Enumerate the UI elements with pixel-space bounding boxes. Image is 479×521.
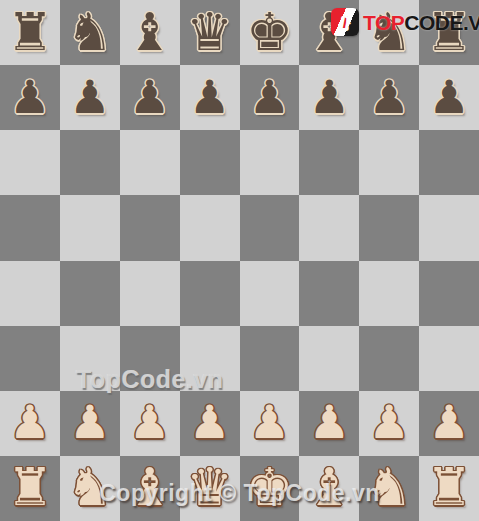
piece-black-pawn[interactable]: ♟ — [129, 74, 170, 120]
square-c7[interactable]: ♟ — [120, 65, 180, 130]
square-e8[interactable]: ♚ — [240, 0, 300, 65]
square-g3[interactable] — [359, 326, 419, 391]
square-h1[interactable]: ♜ — [419, 456, 479, 521]
square-a5[interactable] — [0, 195, 60, 260]
square-a2[interactable]: ♟ — [0, 391, 60, 456]
square-h5[interactable] — [419, 195, 479, 260]
piece-black-pawn[interactable]: ♟ — [69, 74, 110, 120]
piece-black-pawn[interactable]: ♟ — [428, 74, 469, 120]
copyright-watermark: Copyright © TopCode.vn — [99, 480, 380, 507]
square-d4[interactable] — [180, 261, 240, 326]
square-f3[interactable] — [299, 326, 359, 391]
piece-white-pawn[interactable]: ♟ — [9, 399, 50, 445]
logo-text-code: CODE.VN — [404, 11, 479, 34]
square-c5[interactable] — [120, 195, 180, 260]
square-g6[interactable] — [359, 130, 419, 195]
square-e3[interactable] — [240, 326, 300, 391]
square-g2[interactable]: ♟ — [359, 391, 419, 456]
square-h2[interactable]: ♟ — [419, 391, 479, 456]
square-f6[interactable] — [299, 130, 359, 195]
piece-white-rook[interactable]: ♜ — [426, 461, 473, 513]
piece-black-pawn[interactable]: ♟ — [309, 74, 350, 120]
square-a7[interactable]: ♟ — [0, 65, 60, 130]
square-b5[interactable] — [60, 195, 120, 260]
piece-white-pawn[interactable]: ♟ — [249, 399, 290, 445]
square-d6[interactable] — [180, 130, 240, 195]
square-b4[interactable] — [60, 261, 120, 326]
square-c6[interactable] — [120, 130, 180, 195]
piece-black-king[interactable]: ♚ — [246, 6, 293, 58]
square-e2[interactable]: ♟ — [240, 391, 300, 456]
square-d8[interactable]: ♛ — [180, 0, 240, 65]
square-a3[interactable] — [0, 326, 60, 391]
square-d7[interactable]: ♟ — [180, 65, 240, 130]
square-f5[interactable] — [299, 195, 359, 260]
square-b6[interactable] — [60, 130, 120, 195]
piece-black-pawn[interactable]: ♟ — [369, 74, 410, 120]
center-watermark: TopCode.vn — [76, 365, 224, 394]
piece-white-pawn[interactable]: ♟ — [309, 399, 350, 445]
piece-black-pawn[interactable]: ♟ — [249, 74, 290, 120]
piece-black-knight[interactable]: ♞ — [67, 6, 114, 58]
piece-black-pawn[interactable]: ♟ — [9, 74, 50, 120]
square-a8[interactable]: ♜ — [0, 0, 60, 65]
square-e5[interactable] — [240, 195, 300, 260]
square-g4[interactable] — [359, 261, 419, 326]
square-h4[interactable] — [419, 261, 479, 326]
piece-black-bishop[interactable]: ♝ — [126, 6, 173, 58]
square-h7[interactable]: ♟ — [419, 65, 479, 130]
square-e4[interactable] — [240, 261, 300, 326]
piece-black-rook[interactable]: ♜ — [7, 6, 54, 58]
piece-white-pawn[interactable]: ♟ — [129, 399, 170, 445]
piece-black-pawn[interactable]: ♟ — [189, 74, 230, 120]
square-d2[interactable]: ♟ — [180, 391, 240, 456]
piece-white-pawn[interactable]: ♟ — [428, 399, 469, 445]
square-b8[interactable]: ♞ — [60, 0, 120, 65]
square-c8[interactable]: ♝ — [120, 0, 180, 65]
square-a4[interactable] — [0, 261, 60, 326]
piece-white-pawn[interactable]: ♟ — [69, 399, 110, 445]
logo-text-top: TOP — [363, 11, 404, 34]
square-d5[interactable] — [180, 195, 240, 260]
square-a1[interactable]: ♜ — [0, 456, 60, 521]
chess-board: ♜♞♝♛♚♝♞♜♟♟♟♟♟♟♟♟♟♟♟♟♟♟♟♟♜♞♝♛♚♝♞♜ — [0, 0, 479, 521]
square-f4[interactable] — [299, 261, 359, 326]
square-h3[interactable] — [419, 326, 479, 391]
logo-wordmark: TOPCODE.VN — [363, 12, 479, 33]
square-b2[interactable]: ♟ — [60, 391, 120, 456]
square-h6[interactable] — [419, 130, 479, 195]
piece-black-queen[interactable]: ♛ — [186, 6, 233, 58]
piece-white-rook[interactable]: ♜ — [7, 461, 54, 513]
square-e7[interactable]: ♟ — [240, 65, 300, 130]
brace-right: } — [344, 14, 351, 31]
square-a6[interactable] — [0, 130, 60, 195]
code-braces-icon: { / } — [331, 8, 359, 36]
square-f7[interactable]: ♟ — [299, 65, 359, 130]
piece-white-pawn[interactable]: ♟ — [369, 399, 410, 445]
piece-white-pawn[interactable]: ♟ — [189, 399, 230, 445]
square-c4[interactable] — [120, 261, 180, 326]
square-g7[interactable]: ♟ — [359, 65, 419, 130]
square-b7[interactable]: ♟ — [60, 65, 120, 130]
square-e6[interactable] — [240, 130, 300, 195]
chess-app-window: ♜♞♝♛♚♝♞♜♟♟♟♟♟♟♟♟♟♟♟♟♟♟♟♟♜♞♝♛♚♝♞♜ TopCode… — [0, 0, 479, 521]
topcode-logo: { / } TOPCODE.VN — [331, 8, 479, 36]
square-g5[interactable] — [359, 195, 419, 260]
square-c2[interactable]: ♟ — [120, 391, 180, 456]
square-f2[interactable]: ♟ — [299, 391, 359, 456]
